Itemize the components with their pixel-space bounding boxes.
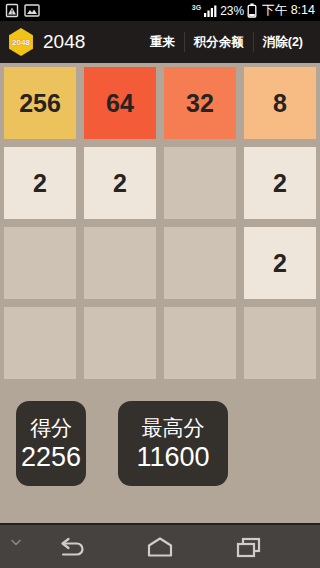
battery-icon (247, 3, 257, 18)
score-value: 2256 (21, 441, 81, 473)
tile-2: 2 (4, 147, 76, 219)
recents-icon (234, 536, 264, 558)
status-left-icons (5, 3, 40, 18)
back-icon (56, 536, 86, 558)
status-bar: 3G 23% 下午 8:14 (0, 0, 320, 21)
tile-2: 2 (84, 147, 156, 219)
best-score-value: 11600 (136, 441, 209, 473)
board[interactable]: 256643282222 (0, 63, 320, 383)
tile-8: 8 (244, 67, 316, 139)
board-cell-empty (84, 227, 156, 299)
board-cell-empty (164, 307, 236, 379)
best-score-label: 最高分 (142, 414, 205, 441)
tile-2: 2 (244, 227, 316, 299)
recents-button[interactable] (229, 531, 269, 563)
app-logo-icon: 2048 (8, 28, 34, 56)
chevron-down-icon[interactable] (10, 539, 22, 547)
best-score-box: 最高分 11600 (118, 401, 228, 486)
tile-64: 64 (84, 67, 156, 139)
board-cell-empty (164, 227, 236, 299)
board-cell-empty (164, 147, 236, 219)
board-cell-empty (4, 307, 76, 379)
board-cell-empty (84, 307, 156, 379)
signal-strength-icon (204, 4, 217, 17)
app-logo-text: 2048 (12, 38, 30, 47)
menu-item-points-balance[interactable]: 积分余额 (185, 21, 253, 63)
home-icon (145, 536, 175, 558)
navigation-bar (0, 523, 320, 568)
board-cell-empty (4, 227, 76, 299)
gallery-icon (24, 3, 40, 18)
score-label: 得分 (30, 414, 72, 441)
network-type-label: 3G (192, 4, 201, 11)
clipboard-alert-icon (5, 3, 19, 18)
app-title: 2048 (43, 31, 85, 53)
back-button[interactable] (51, 531, 91, 563)
phone-screen: 3G 23% 下午 8:14 2048 (0, 0, 320, 568)
board-cell-empty (244, 307, 316, 379)
action-bar-menu: 重来 积分余额 消除(2) (141, 21, 312, 63)
tile-256: 256 (4, 67, 76, 139)
action-bar: 2048 2048 重来 积分余额 消除(2) (0, 21, 320, 63)
score-box: 得分 2256 (16, 401, 86, 486)
clock-label: 下午 8:14 (262, 2, 315, 19)
tile-32: 32 (164, 67, 236, 139)
score-row: 得分 2256 最高分 11600 (0, 401, 320, 486)
menu-item-restart[interactable]: 重来 (141, 21, 184, 63)
home-button[interactable] (140, 531, 180, 563)
battery-percent-label: 23% (220, 4, 244, 18)
menu-item-eliminate[interactable]: 消除(2) (254, 21, 312, 63)
tile-2: 2 (244, 147, 316, 219)
